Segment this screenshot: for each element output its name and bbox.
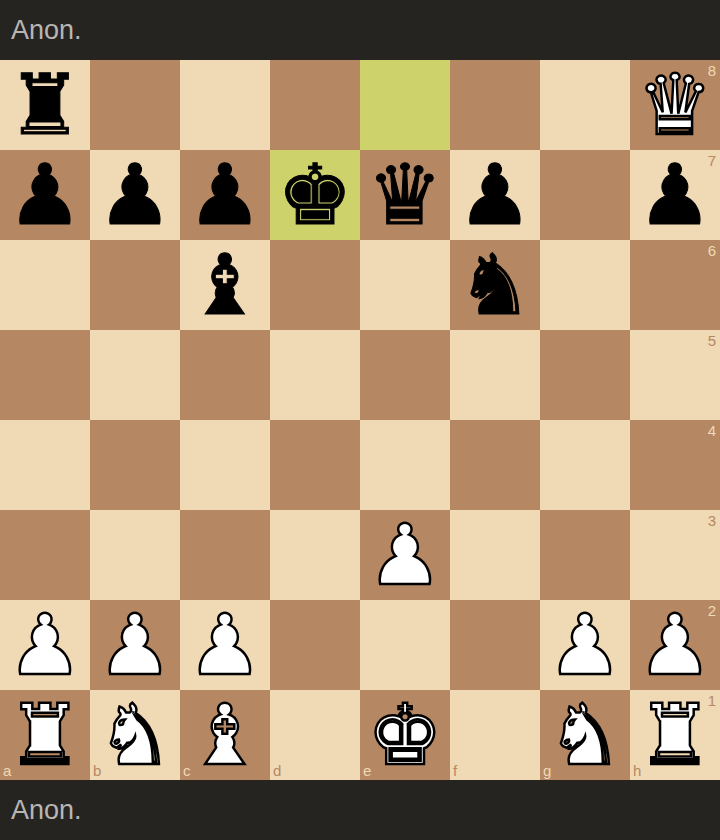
square-h1[interactable]: ♜h1: [630, 690, 720, 780]
square-e5[interactable]: [360, 330, 450, 420]
black-knight[interactable]: ♞: [450, 240, 540, 330]
black-rook[interactable]: ♜: [0, 60, 90, 150]
square-h2[interactable]: ♟2: [630, 600, 720, 690]
black-king[interactable]: ♚: [270, 150, 360, 240]
square-g3[interactable]: [540, 510, 630, 600]
square-g5[interactable]: [540, 330, 630, 420]
square-d3[interactable]: [270, 510, 360, 600]
square-b2[interactable]: ♟: [90, 600, 180, 690]
square-c3[interactable]: [180, 510, 270, 600]
square-g7[interactable]: [540, 150, 630, 240]
square-e6[interactable]: [360, 240, 450, 330]
white-rook[interactable]: ♜: [630, 690, 720, 780]
white-pawn[interactable]: ♟: [630, 600, 720, 690]
square-h7[interactable]: ♟7: [630, 150, 720, 240]
square-c8[interactable]: [180, 60, 270, 150]
square-f8[interactable]: [450, 60, 540, 150]
square-h4[interactable]: 4: [630, 420, 720, 510]
square-h3[interactable]: 3: [630, 510, 720, 600]
square-d2[interactable]: [270, 600, 360, 690]
black-queen[interactable]: ♛: [360, 150, 450, 240]
white-knight[interactable]: ♞: [90, 690, 180, 780]
square-h6[interactable]: 6: [630, 240, 720, 330]
chess-board: ♜♛8♟♟♟♚♛♟♟7♝♞654♟3♟♟♟♟♟2♜a♞b♝cd♚ef♞g♜h1: [0, 60, 720, 780]
white-pawn[interactable]: ♟: [540, 600, 630, 690]
square-c6[interactable]: ♝: [180, 240, 270, 330]
square-c4[interactable]: [180, 420, 270, 510]
square-d4[interactable]: [270, 420, 360, 510]
square-a2[interactable]: ♟: [0, 600, 90, 690]
black-pawn[interactable]: ♟: [450, 150, 540, 240]
square-g8[interactable]: [540, 60, 630, 150]
black-pawn[interactable]: ♟: [630, 150, 720, 240]
rank-label-3: 3: [708, 513, 716, 528]
black-pawn[interactable]: ♟: [180, 150, 270, 240]
square-a3[interactable]: [0, 510, 90, 600]
square-e1[interactable]: ♚e: [360, 690, 450, 780]
square-b4[interactable]: [90, 420, 180, 510]
white-bishop[interactable]: ♝: [180, 690, 270, 780]
rank-label-6: 6: [708, 243, 716, 258]
top-player-name[interactable]: Anon.: [11, 15, 82, 46]
white-queen[interactable]: ♛: [630, 60, 720, 150]
square-f2[interactable]: [450, 600, 540, 690]
square-d8[interactable]: [270, 60, 360, 150]
square-f7[interactable]: ♟: [450, 150, 540, 240]
square-f4[interactable]: [450, 420, 540, 510]
square-f5[interactable]: [450, 330, 540, 420]
rank-label-5: 5: [708, 333, 716, 348]
square-b3[interactable]: [90, 510, 180, 600]
square-g6[interactable]: [540, 240, 630, 330]
bottom-player-name[interactable]: Anon.: [11, 795, 82, 826]
square-b8[interactable]: [90, 60, 180, 150]
square-h8[interactable]: ♛8: [630, 60, 720, 150]
square-a1[interactable]: ♜a: [0, 690, 90, 780]
square-e8[interactable]: [360, 60, 450, 150]
square-b6[interactable]: [90, 240, 180, 330]
black-pawn[interactable]: ♟: [0, 150, 90, 240]
square-h5[interactable]: 5: [630, 330, 720, 420]
file-label-f: f: [453, 763, 457, 778]
square-g2[interactable]: ♟: [540, 600, 630, 690]
black-bishop[interactable]: ♝: [180, 240, 270, 330]
square-e4[interactable]: [360, 420, 450, 510]
square-b1[interactable]: ♞b: [90, 690, 180, 780]
square-c7[interactable]: ♟: [180, 150, 270, 240]
square-e7[interactable]: ♛: [360, 150, 450, 240]
white-pawn[interactable]: ♟: [0, 600, 90, 690]
square-d6[interactable]: [270, 240, 360, 330]
square-a5[interactable]: [0, 330, 90, 420]
square-c1[interactable]: ♝c: [180, 690, 270, 780]
square-a7[interactable]: ♟: [0, 150, 90, 240]
square-e2[interactable]: [360, 600, 450, 690]
square-g1[interactable]: ♞g: [540, 690, 630, 780]
file-label-d: d: [273, 763, 281, 778]
square-a8[interactable]: ♜: [0, 60, 90, 150]
square-f3[interactable]: [450, 510, 540, 600]
square-f6[interactable]: ♞: [450, 240, 540, 330]
square-b5[interactable]: [90, 330, 180, 420]
top-player-bar: Anon.: [0, 0, 720, 60]
square-a4[interactable]: [0, 420, 90, 510]
black-pawn[interactable]: ♟: [90, 150, 180, 240]
square-b7[interactable]: ♟: [90, 150, 180, 240]
square-c2[interactable]: ♟: [180, 600, 270, 690]
square-g4[interactable]: [540, 420, 630, 510]
white-rook[interactable]: ♜: [0, 690, 90, 780]
square-c5[interactable]: [180, 330, 270, 420]
white-pawn[interactable]: ♟: [360, 510, 450, 600]
bottom-player-bar: Anon.: [0, 780, 720, 840]
square-a6[interactable]: [0, 240, 90, 330]
square-f1[interactable]: f: [450, 690, 540, 780]
square-d7[interactable]: ♚: [270, 150, 360, 240]
rank-label-4: 4: [708, 423, 716, 438]
square-d1[interactable]: d: [270, 690, 360, 780]
square-d5[interactable]: [270, 330, 360, 420]
white-king[interactable]: ♚: [360, 690, 450, 780]
white-pawn[interactable]: ♟: [180, 600, 270, 690]
square-e3[interactable]: ♟: [360, 510, 450, 600]
white-pawn[interactable]: ♟: [90, 600, 180, 690]
white-knight[interactable]: ♞: [540, 690, 630, 780]
